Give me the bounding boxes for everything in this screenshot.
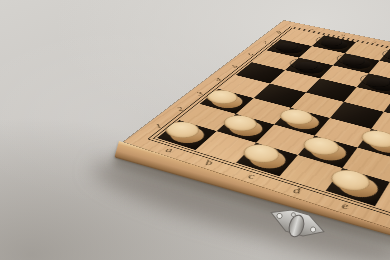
- file-label-e: e: [341, 201, 350, 210]
- file-label-d: d: [293, 186, 301, 195]
- file-label-b: b: [205, 159, 213, 167]
- rank-label-3: 3: [195, 91, 205, 96]
- file-label-c: c: [248, 172, 254, 180]
- file-label-top-a: a: [310, 28, 314, 31]
- rank-label-2: 2: [175, 106, 185, 112]
- rank-label-5: 5: [230, 64, 239, 69]
- file-label-top-b: b: [341, 34, 345, 37]
- file-label-a: a: [165, 146, 173, 153]
- file-label-top-c: c: [374, 41, 378, 44]
- rank-label-6: 6: [246, 52, 255, 56]
- rank-label-1: 1: [154, 123, 164, 129]
- rank-label-7: 7: [261, 41, 270, 45]
- rank-label-4: 4: [213, 77, 222, 82]
- checkers-photo-scene: aabbccddeeffgghh1122334455667788: [0, 0, 390, 260]
- rank-label-8: 8: [274, 31, 283, 35]
